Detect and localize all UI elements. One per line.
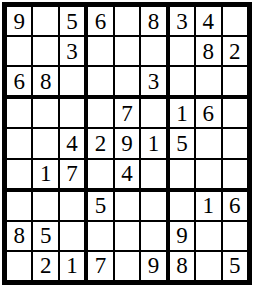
block-2: 683 (88, 7, 165, 95)
cell-r1c4[interactable]: 6 (88, 7, 112, 35)
cell-r4c3[interactable] (60, 99, 84, 127)
cell-r7c8[interactable]: 1 (196, 192, 220, 220)
cell-r3c6[interactable]: 3 (141, 67, 165, 95)
cell-r5c6[interactable]: 1 (141, 129, 165, 157)
cell-r8c7[interactable]: 9 (170, 222, 194, 250)
cell-r9c7[interactable]: 8 (170, 252, 194, 280)
cell-r1c8[interactable]: 4 (196, 7, 220, 35)
cell-r3c2[interactable]: 8 (33, 67, 57, 95)
block-8: 579 (88, 192, 165, 280)
cell-r8c2[interactable]: 5 (33, 222, 57, 250)
cell-r4c6[interactable] (141, 99, 165, 127)
cell-r1c9[interactable] (223, 7, 247, 35)
cell-r4c1[interactable] (7, 99, 31, 127)
cell-r5c2[interactable] (33, 129, 57, 157)
cell-r2c6[interactable] (141, 37, 165, 65)
cell-r6c8[interactable] (196, 160, 220, 188)
cell-r4c5[interactable]: 7 (115, 99, 139, 127)
cell-r5c3[interactable]: 4 (60, 129, 84, 157)
cell-r3c7[interactable] (170, 67, 194, 95)
cell-r5c8[interactable] (196, 129, 220, 157)
block-7: 8521 (7, 192, 84, 280)
cell-r5c1[interactable] (7, 129, 31, 157)
block-5: 72914 (88, 99, 165, 187)
cell-r6c7[interactable] (170, 160, 194, 188)
cell-r4c4[interactable] (88, 99, 112, 127)
cell-r9c9[interactable]: 5 (223, 252, 247, 280)
cell-r7c6[interactable] (141, 192, 165, 220)
cell-r9c1[interactable] (7, 252, 31, 280)
cell-r3c4[interactable] (88, 67, 112, 95)
cell-r8c8[interactable] (196, 222, 220, 250)
cell-r1c1[interactable]: 9 (7, 7, 31, 35)
cell-r8c9[interactable] (223, 222, 247, 250)
cell-r2c7[interactable] (170, 37, 194, 65)
cell-r9c3[interactable]: 1 (60, 252, 84, 280)
block-9: 16985 (170, 192, 247, 280)
cell-r3c1[interactable]: 6 (7, 67, 31, 95)
cell-r8c3[interactable] (60, 222, 84, 250)
cell-r6c6[interactable] (141, 160, 165, 188)
cell-r7c3[interactable] (60, 192, 84, 220)
cell-r3c9[interactable] (223, 67, 247, 95)
cell-r6c1[interactable] (7, 160, 31, 188)
cell-r4c7[interactable]: 1 (170, 99, 194, 127)
cell-r6c2[interactable]: 1 (33, 160, 57, 188)
block-6: 165 (170, 99, 247, 187)
cell-r6c5[interactable]: 4 (115, 160, 139, 188)
cell-r2c9[interactable]: 2 (223, 37, 247, 65)
cell-r9c2[interactable]: 2 (33, 252, 57, 280)
cell-r7c4[interactable]: 5 (88, 192, 112, 220)
cell-r9c6[interactable]: 9 (141, 252, 165, 280)
cell-r4c9[interactable] (223, 99, 247, 127)
block-1: 95368 (7, 7, 84, 95)
cell-r3c5[interactable] (115, 67, 139, 95)
cell-r8c4[interactable] (88, 222, 112, 250)
cell-r5c5[interactable]: 9 (115, 129, 139, 157)
cell-r9c4[interactable]: 7 (88, 252, 112, 280)
cell-r1c5[interactable] (115, 7, 139, 35)
cell-r7c5[interactable] (115, 192, 139, 220)
cell-r2c1[interactable] (7, 37, 31, 65)
cell-r1c3[interactable]: 5 (60, 7, 84, 35)
cell-r7c2[interactable] (33, 192, 57, 220)
cell-r7c1[interactable] (7, 192, 31, 220)
cell-r3c3[interactable] (60, 67, 84, 95)
block-4: 417 (7, 99, 84, 187)
cell-r5c9[interactable] (223, 129, 247, 157)
cell-r9c5[interactable] (115, 252, 139, 280)
cell-r7c9[interactable]: 6 (223, 192, 247, 220)
cell-r4c2[interactable] (33, 99, 57, 127)
cell-r8c1[interactable]: 8 (7, 222, 31, 250)
cell-r6c3[interactable]: 7 (60, 160, 84, 188)
cell-r6c4[interactable] (88, 160, 112, 188)
cell-r7c7[interactable] (170, 192, 194, 220)
block-3: 3482 (170, 7, 247, 95)
cell-r5c7[interactable]: 5 (170, 129, 194, 157)
cell-r2c4[interactable] (88, 37, 112, 65)
cell-r5c4[interactable]: 2 (88, 129, 112, 157)
cell-r2c3[interactable]: 3 (60, 37, 84, 65)
cell-r2c2[interactable] (33, 37, 57, 65)
cell-r6c9[interactable] (223, 160, 247, 188)
cell-r1c2[interactable] (33, 7, 57, 35)
cell-r8c5[interactable] (115, 222, 139, 250)
sudoku-board: 95368683348241772914165852157916985 (2, 2, 252, 285)
cell-r4c8[interactable]: 6 (196, 99, 220, 127)
cell-r3c8[interactable] (196, 67, 220, 95)
sudoku-page: 95368683348241772914165852157916985 (0, 0, 261, 289)
cell-r2c8[interactable]: 8 (196, 37, 220, 65)
cell-r1c6[interactable]: 8 (141, 7, 165, 35)
cell-r1c7[interactable]: 3 (170, 7, 194, 35)
cell-r2c5[interactable] (115, 37, 139, 65)
cell-r9c8[interactable] (196, 252, 220, 280)
cell-r8c6[interactable] (141, 222, 165, 250)
